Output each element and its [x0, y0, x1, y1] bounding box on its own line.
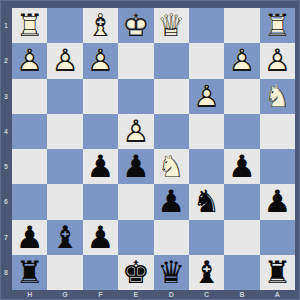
square-b4[interactable]: [224, 114, 259, 149]
square-c5[interactable]: [189, 149, 224, 184]
file-label-h: H: [12, 289, 47, 300]
file-label-c: C: [189, 289, 224, 300]
white-rook[interactable]: ♜♖: [16, 10, 44, 41]
chess-board: ♜♖♝♗♚♔♛♕♜♖♟♙♟♙♟♙♟♙♟♙♟♙♞♘♟♙♟♟♞♘♟♟♞♟♟♝♟♜♚♛…: [12, 8, 295, 290]
black-pawn[interactable]: ♟: [228, 151, 256, 182]
white-bishop-outline: ♗: [87, 10, 115, 41]
black-pawn-glyph: ♟: [122, 151, 150, 182]
black-pawn[interactable]: ♟: [87, 151, 115, 182]
square-h5[interactable]: [12, 149, 47, 184]
square-f8[interactable]: [83, 255, 118, 290]
square-a1[interactable]: ♜♖: [260, 8, 295, 43]
square-d7[interactable]: [154, 220, 189, 255]
square-f3[interactable]: [83, 79, 118, 114]
square-h4[interactable]: [12, 114, 47, 149]
square-a4[interactable]: [260, 114, 295, 149]
rank-label-2: 2: [0, 43, 12, 78]
file-label-f: F: [83, 289, 118, 300]
square-d6[interactable]: ♟: [154, 184, 189, 219]
square-f1[interactable]: ♝♗: [83, 8, 118, 43]
white-knight-outline: ♘: [263, 81, 291, 112]
black-king-glyph: ♚: [122, 257, 150, 288]
file-label-e: E: [118, 289, 153, 300]
square-f2[interactable]: ♟♙: [83, 43, 118, 78]
square-d3[interactable]: [154, 79, 189, 114]
square-b6[interactable]: [224, 184, 259, 219]
rank-label-1: 1: [0, 8, 12, 43]
square-a5[interactable]: [260, 149, 295, 184]
square-e5[interactable]: ♟: [118, 149, 153, 184]
black-pawn-glyph: ♟: [87, 222, 115, 253]
square-c8[interactable]: ♝: [189, 255, 224, 290]
square-h3[interactable]: [12, 79, 47, 114]
file-label-b: B: [224, 289, 259, 300]
white-knight[interactable]: ♞♘: [263, 81, 291, 112]
white-rook[interactable]: ♜♖: [263, 10, 291, 41]
white-knight[interactable]: ♞♘: [157, 151, 185, 182]
white-pawn[interactable]: ♟♙: [87, 45, 115, 76]
square-c2[interactable]: [189, 43, 224, 78]
square-a3[interactable]: ♞♘: [260, 79, 295, 114]
black-king[interactable]: ♚: [122, 257, 150, 288]
black-pawn[interactable]: ♟: [157, 186, 185, 217]
square-d5[interactable]: ♞♘: [154, 149, 189, 184]
square-h2[interactable]: ♟♙: [12, 43, 47, 78]
black-bishop-glyph: ♝: [193, 257, 221, 288]
square-g6[interactable]: [47, 184, 82, 219]
rank-labels: 12345678: [0, 8, 12, 290]
square-c7[interactable]: [189, 220, 224, 255]
white-pawn-outline: ♙: [228, 45, 256, 76]
square-f7[interactable]: ♟: [83, 220, 118, 255]
chess-board-frame: 12345678 ♜♖♝♗♚♔♛♕♜♖♟♙♟♙♟♙♟♙♟♙♟♙♞♘♟♙♟♟♞♘♟…: [0, 0, 300, 300]
black-queen-glyph: ♛: [157, 257, 185, 288]
black-knight[interactable]: ♞: [193, 186, 221, 217]
black-queen[interactable]: ♛: [157, 257, 185, 288]
black-pawn[interactable]: ♟: [16, 222, 44, 253]
white-pawn[interactable]: ♟♙: [51, 45, 79, 76]
black-pawn-glyph: ♟: [263, 186, 291, 217]
white-king-outline: ♔: [122, 10, 150, 41]
rank-label-7: 7: [0, 220, 12, 255]
white-queen-outline: ♕: [157, 10, 185, 41]
black-rook-glyph: ♜: [263, 257, 291, 288]
file-label-g: G: [47, 289, 82, 300]
white-pawn-outline: ♙: [193, 81, 221, 112]
square-g3[interactable]: [47, 79, 82, 114]
white-bishop[interactable]: ♝♗: [87, 10, 115, 41]
square-a7[interactable]: [260, 220, 295, 255]
square-g5[interactable]: [47, 149, 82, 184]
white-pawn-outline: ♙: [51, 45, 79, 76]
square-e8[interactable]: ♚: [118, 255, 153, 290]
square-b5[interactable]: ♟: [224, 149, 259, 184]
white-pawn-outline: ♙: [122, 116, 150, 147]
white-pawn[interactable]: ♟♙: [263, 45, 291, 76]
file-labels: HGFEDCBA: [12, 289, 295, 300]
black-pawn-glyph: ♟: [157, 186, 185, 217]
black-bishop-glyph: ♝: [51, 222, 79, 253]
square-h8[interactable]: ♜: [12, 255, 47, 290]
square-f4[interactable]: [83, 114, 118, 149]
square-e3[interactable]: [118, 79, 153, 114]
file-label-d: D: [154, 289, 189, 300]
black-rook[interactable]: ♜: [16, 257, 44, 288]
white-pawn-outline: ♙: [87, 45, 115, 76]
square-c1[interactable]: [189, 8, 224, 43]
black-pawn-glyph: ♟: [16, 222, 44, 253]
black-knight-glyph: ♞: [193, 186, 221, 217]
square-f5[interactable]: ♟: [83, 149, 118, 184]
rank-label-5: 5: [0, 149, 12, 184]
file-label-a: A: [260, 289, 295, 300]
square-f6[interactable]: [83, 184, 118, 219]
square-e2[interactable]: [118, 43, 153, 78]
white-pawn[interactable]: ♟♙: [122, 116, 150, 147]
rank-label-6: 6: [0, 184, 12, 219]
square-d4[interactable]: [154, 114, 189, 149]
square-e7[interactable]: [118, 220, 153, 255]
square-b7[interactable]: [224, 220, 259, 255]
square-d1[interactable]: ♛♕: [154, 8, 189, 43]
black-rook-glyph: ♜: [16, 257, 44, 288]
square-c4[interactable]: [189, 114, 224, 149]
square-a6[interactable]: ♟: [260, 184, 295, 219]
square-b3[interactable]: [224, 79, 259, 114]
black-pawn[interactable]: ♟: [122, 151, 150, 182]
black-pawn[interactable]: ♟: [263, 186, 291, 217]
square-h6[interactable]: [12, 184, 47, 219]
white-pawn-outline: ♙: [263, 45, 291, 76]
square-g1[interactable]: [47, 8, 82, 43]
black-pawn-glyph: ♟: [228, 151, 256, 182]
white-pawn-outline: ♙: [16, 45, 44, 76]
square-g2[interactable]: ♟♙: [47, 43, 82, 78]
white-pawn[interactable]: ♟♙: [228, 45, 256, 76]
white-knight-outline: ♘: [157, 151, 185, 182]
square-e1[interactable]: ♚♔: [118, 8, 153, 43]
white-rook-outline: ♖: [263, 10, 291, 41]
rank-label-3: 3: [0, 79, 12, 114]
white-pawn[interactable]: ♟♙: [193, 81, 221, 112]
black-bishop[interactable]: ♝: [51, 222, 79, 253]
square-g4[interactable]: [47, 114, 82, 149]
square-a8[interactable]: ♜: [260, 255, 295, 290]
square-b1[interactable]: [224, 8, 259, 43]
square-h1[interactable]: ♜♖: [12, 8, 47, 43]
square-c6[interactable]: ♞: [189, 184, 224, 219]
square-b8[interactable]: [224, 255, 259, 290]
white-king[interactable]: ♚♔: [122, 10, 150, 41]
square-d8[interactable]: ♛: [154, 255, 189, 290]
square-e4[interactable]: ♟♙: [118, 114, 153, 149]
white-pawn[interactable]: ♟♙: [16, 45, 44, 76]
square-b2[interactable]: ♟♙: [224, 43, 259, 78]
square-h7[interactable]: ♟: [12, 220, 47, 255]
white-queen[interactable]: ♛♕: [157, 10, 185, 41]
square-g7[interactable]: ♝: [47, 220, 82, 255]
black-pawn-glyph: ♟: [87, 151, 115, 182]
square-c3[interactable]: ♟♙: [189, 79, 224, 114]
square-a2[interactable]: ♟♙: [260, 43, 295, 78]
rank-label-4: 4: [0, 114, 12, 149]
black-bishop[interactable]: ♝: [193, 257, 221, 288]
black-rook[interactable]: ♜: [263, 257, 291, 288]
rank-label-8: 8: [0, 255, 12, 290]
square-e6[interactable]: [118, 184, 153, 219]
square-d2[interactable]: [154, 43, 189, 78]
square-g8[interactable]: [47, 255, 82, 290]
white-rook-outline: ♖: [16, 10, 44, 41]
black-pawn[interactable]: ♟: [87, 222, 115, 253]
